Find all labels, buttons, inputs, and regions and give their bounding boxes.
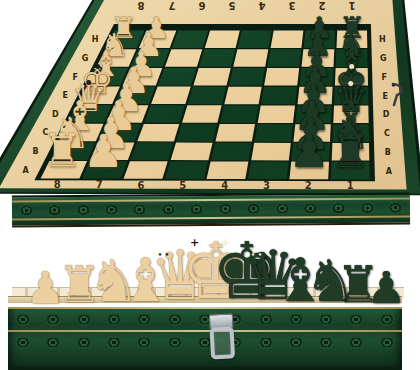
- rosette-carving: [14, 312, 32, 327]
- light-cross-finial: +: [221, 237, 230, 248]
- lineup-black-queen: ♛• •: [243, 245, 271, 308]
- rosette-carving: [135, 335, 153, 350]
- lineup-white-rook: ♜: [57, 262, 85, 308]
- front-clasp: [204, 313, 240, 361]
- lineup-black-knight: ♞: [305, 255, 333, 308]
- open-board-scene: 8877665544332211AABBCCDDEEFFGGHH♜♟♟♜♞♟♟♞…: [0, 0, 420, 230]
- rosette-carving: [378, 312, 396, 327]
- rosette-carving: [161, 203, 176, 215]
- rosette-carving: [132, 203, 147, 215]
- rosette-carving: [347, 335, 365, 350]
- lineup-white-knight: ♞: [88, 255, 116, 308]
- dark-tips-finial: • •: [158, 252, 169, 259]
- lineup-black-pawn: ♟: [367, 268, 395, 308]
- rosette-carving: [76, 204, 91, 216]
- rosette-carving: [257, 335, 275, 350]
- piece-glyph: ♟: [26, 268, 54, 308]
- piece-glyph: ♜: [336, 262, 364, 308]
- rosette-carving: [166, 335, 184, 350]
- rosette-carving: [360, 202, 375, 214]
- rosette-carving: [75, 335, 93, 350]
- board-carved-front-edge: [12, 193, 410, 228]
- product-photo-chess-set: { "game": "chess", "position": { "fen": …: [0, 0, 420, 370]
- rosette-carving: [189, 203, 204, 215]
- lineup-black-rook: ♜: [336, 262, 364, 308]
- piece-glyph: ♞: [305, 255, 333, 308]
- piece-lineup: ♟♜♞♝♛• •♚+♚+♛• •♝♞♜♟: [0, 236, 420, 308]
- piece-glyph: ♜: [57, 262, 85, 308]
- piece-glyph: ♟: [367, 268, 395, 308]
- rosette-carving: [14, 335, 32, 350]
- lineup-white-pawn: ♟: [26, 268, 54, 308]
- lineup-white-queen: ♛• •: [150, 245, 178, 308]
- side-latch-icon: [390, 82, 406, 112]
- rosette-carving: [378, 335, 396, 350]
- rosette-carving: [44, 335, 62, 350]
- lineup-black-bishop: ♝: [274, 253, 302, 308]
- lineup-black-king: ♚+: [212, 236, 240, 308]
- rosette-carving: [19, 204, 34, 216]
- piece-glyph: ♝: [274, 253, 302, 308]
- dark-cross-finial: +: [190, 237, 199, 248]
- rosette-carving: [317, 335, 335, 350]
- piece-glyph: ♝: [119, 253, 147, 308]
- closed-box-scene: ♟♜♞♝♛• •♚+♚+♛• •♝♞♜♟: [0, 230, 420, 370]
- piece-glyph: ♞: [88, 255, 116, 308]
- rosette-carving: [246, 203, 261, 215]
- rosette-carving: [287, 335, 305, 350]
- rosette-carving: [44, 312, 62, 327]
- rosette-carving: [104, 204, 119, 216]
- rosette-carving: [105, 335, 123, 350]
- light-tips-finial: • •: [251, 252, 262, 259]
- lineup-white-king: ♚+: [181, 236, 209, 308]
- lineup-white-bishop: ♝: [119, 253, 147, 308]
- rosette-carving: [303, 202, 318, 214]
- clasp-hasp: [209, 326, 235, 359]
- rosette-carving: [47, 204, 62, 216]
- rosette-carving: [331, 202, 346, 214]
- rosette-carving: [274, 202, 289, 214]
- rosette-carving: [218, 203, 233, 215]
- rosette-carving: [388, 202, 403, 214]
